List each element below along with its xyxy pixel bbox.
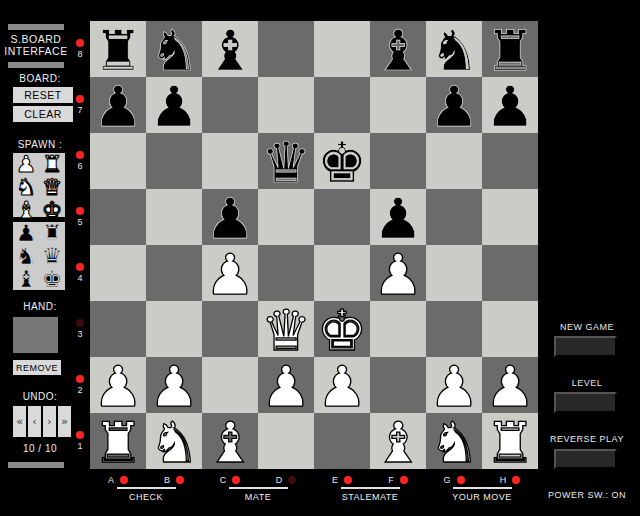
- piece-black-bishop: ♝: [16, 268, 37, 291]
- piece-black-bishop: ♝: [373, 23, 423, 79]
- file-led-b: [176, 476, 184, 484]
- redo-step-button[interactable]: ›: [43, 406, 56, 437]
- piece-black-knight: ♞: [149, 23, 199, 79]
- square-g6[interactable]: [426, 133, 482, 189]
- spawn-black-pawn[interactable]: ♟: [13, 222, 39, 245]
- piece-white-bishop: ♝: [205, 415, 255, 471]
- square-g4[interactable]: [426, 245, 482, 301]
- piece-white-rook: ♜: [42, 153, 63, 176]
- file-led-f: [400, 476, 408, 484]
- app-title: S.BOARD INTERFACE: [0, 33, 72, 57]
- new-game-button[interactable]: [554, 336, 617, 357]
- square-e8[interactable]: [314, 21, 370, 77]
- piece-white-pawn: ♟: [261, 359, 311, 415]
- rank-led-6: [76, 151, 84, 159]
- piece-white-pawn: ♟: [149, 359, 199, 415]
- square-d7[interactable]: [258, 77, 314, 133]
- square-c3[interactable]: [202, 301, 258, 357]
- square-e1[interactable]: [314, 413, 370, 469]
- square-a5[interactable]: [90, 189, 146, 245]
- piece-black-rook: ♜: [485, 23, 535, 79]
- file-indicator-f: F: [370, 473, 426, 487]
- square-f4[interactable]: ♟: [370, 245, 426, 301]
- square-h3[interactable]: [482, 301, 538, 357]
- piece-black-knight: ♞: [16, 245, 37, 268]
- file-led-d: [288, 476, 296, 484]
- square-f7[interactable]: [370, 77, 426, 133]
- hand-slot[interactable]: [13, 317, 58, 353]
- undo-to-start-button[interactable]: «: [13, 406, 26, 437]
- square-f5[interactable]: ♟: [370, 189, 426, 245]
- file-indicator-e: E: [314, 473, 370, 487]
- piece-white-pawn: ♟: [317, 359, 367, 415]
- piece-white-pawn: ♟: [429, 359, 479, 415]
- rank-coordinate-4: 4: [77, 273, 82, 283]
- square-h1[interactable]: ♜: [482, 413, 538, 469]
- undo-section-label: UNDO:: [4, 391, 76, 402]
- square-h6[interactable]: [482, 133, 538, 189]
- square-e6[interactable]: ♚: [314, 133, 370, 189]
- square-h2[interactable]: ♟: [482, 357, 538, 413]
- square-e5[interactable]: [314, 189, 370, 245]
- file-coordinate-c: C: [220, 475, 227, 485]
- new-game-label: NEW GAME: [545, 322, 629, 332]
- rank-coordinate-3: 3: [77, 329, 82, 339]
- square-d1[interactable]: [258, 413, 314, 469]
- square-g5[interactable]: [426, 189, 482, 245]
- file-led-c: [232, 476, 240, 484]
- rank-coordinate-6: 6: [77, 161, 82, 171]
- rank-indicator-8: 8: [70, 21, 90, 77]
- spawn-white-rook[interactable]: ♜: [39, 153, 65, 176]
- square-e3[interactable]: ♚: [314, 301, 370, 357]
- file-led-e: [344, 476, 352, 484]
- rank-coordinate-2: 2: [77, 385, 82, 395]
- square-g3[interactable]: [426, 301, 482, 357]
- status-underline-stalemate: [341, 487, 400, 489]
- status-underline-mate: [229, 487, 288, 489]
- spawn-black-king[interactable]: ♚: [39, 268, 65, 291]
- bottom-separator-bar: [8, 462, 64, 468]
- app-title-line2: INTERFACE: [0, 45, 72, 57]
- power-switch-label: POWER SW.: ON: [545, 490, 629, 500]
- piece-black-rook: ♜: [93, 23, 143, 79]
- square-a8[interactable]: ♜: [90, 21, 146, 77]
- spawn-section-label: SPAWN :: [4, 139, 76, 150]
- square-b3[interactable]: [146, 301, 202, 357]
- piece-black-rook: ♜: [42, 222, 63, 245]
- square-g1[interactable]: ♞: [426, 413, 482, 469]
- status-group-your-move: YOUR MOVE: [426, 486, 538, 506]
- file-coordinate-b: B: [164, 475, 170, 485]
- file-coordinate-f: F: [388, 475, 394, 485]
- rank-led-8: [76, 39, 84, 47]
- piece-white-king: ♚: [317, 303, 367, 359]
- rank-indicator-7: 7: [70, 77, 90, 133]
- board-section-label: BOARD:: [4, 73, 76, 84]
- square-h4[interactable]: [482, 245, 538, 301]
- square-f6[interactable]: [370, 133, 426, 189]
- square-a3[interactable]: [90, 301, 146, 357]
- file-coordinate-e: E: [332, 475, 338, 485]
- piece-white-pawn: ♟: [93, 359, 143, 415]
- square-c5[interactable]: ♟: [202, 189, 258, 245]
- rank-led-2: [76, 375, 84, 383]
- rank-indicator-1: 1: [70, 413, 90, 469]
- level-button[interactable]: [554, 392, 617, 413]
- rank-led-4: [76, 263, 84, 271]
- file-led-h: [512, 476, 520, 484]
- spawn-white-king[interactable]: ♚: [39, 199, 65, 222]
- status-underline-check: [117, 487, 176, 489]
- status-group-mate: MATE: [202, 486, 314, 506]
- piece-white-knight: ♞: [149, 415, 199, 471]
- rank-indicator-4: 4: [70, 245, 90, 301]
- undo-step-button[interactable]: ‹: [28, 406, 41, 437]
- file-coordinate-h: H: [500, 475, 507, 485]
- rank-coordinate-8: 8: [77, 49, 82, 59]
- rank-indicator-6: 6: [70, 133, 90, 189]
- square-b8[interactable]: ♞: [146, 21, 202, 77]
- status-underline-your-move: [453, 487, 512, 489]
- square-d6[interactable]: ♛: [258, 133, 314, 189]
- undo-controls: «‹›»: [13, 406, 71, 437]
- reset-button[interactable]: RESET: [13, 87, 73, 103]
- square-f8[interactable]: ♝: [370, 21, 426, 77]
- reverse-play-label: REVERSE PLAY: [545, 434, 629, 444]
- file-led-row: ABCDEFGH: [90, 473, 538, 487]
- square-h7[interactable]: ♟: [482, 77, 538, 133]
- spawn-black-bishop[interactable]: ♝: [13, 268, 39, 291]
- square-f2[interactable]: [370, 357, 426, 413]
- piece-black-queen: ♛: [261, 135, 311, 191]
- square-f1[interactable]: ♝: [370, 413, 426, 469]
- piece-white-king: ♚: [42, 199, 63, 222]
- square-b2[interactable]: ♟: [146, 357, 202, 413]
- square-g2[interactable]: ♟: [426, 357, 482, 413]
- level-label: LEVEL: [545, 378, 629, 388]
- rank-coordinate-1: 1: [77, 441, 82, 451]
- piece-black-pawn: ♟: [16, 222, 37, 245]
- piece-white-queen: ♛: [42, 176, 63, 199]
- square-d5[interactable]: [258, 189, 314, 245]
- piece-white-pawn: ♟: [373, 247, 423, 303]
- piece-black-pawn: ♟: [485, 79, 535, 135]
- spawn-white-knight[interactable]: ♞: [13, 176, 39, 199]
- rank-indicator-3: 3: [70, 301, 90, 357]
- square-g7[interactable]: ♟: [426, 77, 482, 133]
- chess-board: ♜♞♝♝♞♜♟♟♟♟♛♚♟♟♟♟♛♚♟♟♟♟♟♟♜♞♝♝♞♜: [90, 21, 538, 469]
- spawn-black-panel: ♟♜♞♛♝♚: [13, 222, 65, 290]
- file-led-a: [120, 476, 128, 484]
- square-d8[interactable]: [258, 21, 314, 77]
- piece-white-bishop: ♝: [16, 199, 37, 222]
- square-a7[interactable]: ♟: [90, 77, 146, 133]
- file-indicator-a: A: [90, 473, 146, 487]
- piece-black-queen: ♛: [42, 245, 63, 268]
- rank-coordinate-5: 5: [77, 217, 82, 227]
- square-d4[interactable]: [258, 245, 314, 301]
- undo-counter: 10 / 10: [4, 443, 76, 454]
- app-title-line1: S.BOARD: [0, 33, 72, 45]
- top-separator-bar: [8, 24, 64, 30]
- piece-white-rook: ♜: [93, 415, 143, 471]
- square-d3[interactable]: ♛: [258, 301, 314, 357]
- square-c1[interactable]: ♝: [202, 413, 258, 469]
- square-h8[interactable]: ♜: [482, 21, 538, 77]
- square-d2[interactable]: ♟: [258, 357, 314, 413]
- square-g8[interactable]: ♞: [426, 21, 482, 77]
- square-b1[interactable]: ♞: [146, 413, 202, 469]
- square-f3[interactable]: [370, 301, 426, 357]
- rank-led-3: [76, 319, 84, 327]
- piece-black-king: ♚: [317, 135, 367, 191]
- piece-black-pawn: ♟: [429, 79, 479, 135]
- status-group-stalemate: STALEMATE: [314, 486, 426, 506]
- rank-coordinate-7: 7: [77, 105, 82, 115]
- file-coordinate-d: D: [276, 475, 283, 485]
- status-label-stalemate: STALEMATE: [314, 492, 426, 502]
- rank-led-5: [76, 207, 84, 215]
- piece-black-pawn: ♟: [205, 191, 255, 247]
- status-label-your-move: YOUR MOVE: [426, 492, 538, 502]
- piece-white-bishop: ♝: [373, 415, 423, 471]
- square-a6[interactable]: [90, 133, 146, 189]
- file-coordinate-a: A: [108, 475, 114, 485]
- status-group-check: CHECK: [90, 486, 202, 506]
- spawn-white-queen[interactable]: ♛: [39, 176, 65, 199]
- square-h5[interactable]: [482, 189, 538, 245]
- file-indicator-h: H: [482, 473, 538, 487]
- remove-button[interactable]: REMOVE: [13, 360, 61, 375]
- rank-indicator-5: 5: [70, 189, 90, 245]
- piece-black-pawn: ♟: [373, 191, 423, 247]
- spawn-white-bishop[interactable]: ♝: [13, 199, 39, 222]
- file-indicator-g: G: [426, 473, 482, 487]
- square-a4[interactable]: [90, 245, 146, 301]
- piece-black-bishop: ♝: [205, 23, 255, 79]
- square-e4[interactable]: [314, 245, 370, 301]
- piece-white-knight: ♞: [16, 176, 37, 199]
- hand-section-label: HAND:: [4, 301, 76, 312]
- piece-black-king: ♚: [42, 268, 63, 291]
- piece-white-knight: ♞: [429, 415, 479, 471]
- spawn-white-panel: ♟♜♞♛♝♚: [13, 153, 65, 217]
- piece-white-pawn: ♟: [16, 153, 37, 176]
- file-indicator-b: B: [146, 473, 202, 487]
- reverse-play-button[interactable]: [554, 449, 617, 469]
- square-b5[interactable]: [146, 189, 202, 245]
- file-led-g: [457, 476, 465, 484]
- status-label-check: CHECK: [90, 492, 202, 502]
- rank-led-1: [76, 431, 84, 439]
- square-b6[interactable]: [146, 133, 202, 189]
- piece-black-pawn: ♟: [149, 79, 199, 135]
- status-indicator-row: CHECKMATESTALEMATEYOUR MOVE: [90, 486, 538, 506]
- spawn-black-knight[interactable]: ♞: [13, 245, 39, 268]
- rank-led-column: 87654321: [70, 21, 90, 469]
- square-a2[interactable]: ♟: [90, 357, 146, 413]
- square-b7[interactable]: ♟: [146, 77, 202, 133]
- spawn-black-queen[interactable]: ♛: [39, 245, 65, 268]
- square-c2[interactable]: [202, 357, 258, 413]
- file-coordinate-g: G: [443, 475, 450, 485]
- status-label-mate: MATE: [202, 492, 314, 502]
- square-c4[interactable]: ♟: [202, 245, 258, 301]
- piece-white-queen: ♛: [261, 303, 311, 359]
- spawn-white-pawn[interactable]: ♟: [13, 153, 39, 176]
- piece-black-knight: ♞: [429, 23, 479, 79]
- square-c8[interactable]: ♝: [202, 21, 258, 77]
- square-c7[interactable]: [202, 77, 258, 133]
- rank-led-7: [76, 95, 84, 103]
- piece-white-pawn: ♟: [205, 247, 255, 303]
- square-a1[interactable]: ♜: [90, 413, 146, 469]
- square-c6[interactable]: [202, 133, 258, 189]
- square-e2[interactable]: ♟: [314, 357, 370, 413]
- piece-white-rook: ♜: [485, 415, 535, 471]
- clear-button[interactable]: CLEAR: [13, 106, 73, 122]
- piece-black-pawn: ♟: [93, 79, 143, 135]
- file-indicator-c: C: [202, 473, 258, 487]
- square-b4[interactable]: [146, 245, 202, 301]
- file-indicator-d: D: [258, 473, 314, 487]
- spawn-black-rook[interactable]: ♜: [39, 222, 65, 245]
- title-separator-bar: [8, 62, 64, 68]
- rank-indicator-2: 2: [70, 357, 90, 413]
- piece-white-pawn: ♟: [485, 359, 535, 415]
- square-e7[interactable]: [314, 77, 370, 133]
